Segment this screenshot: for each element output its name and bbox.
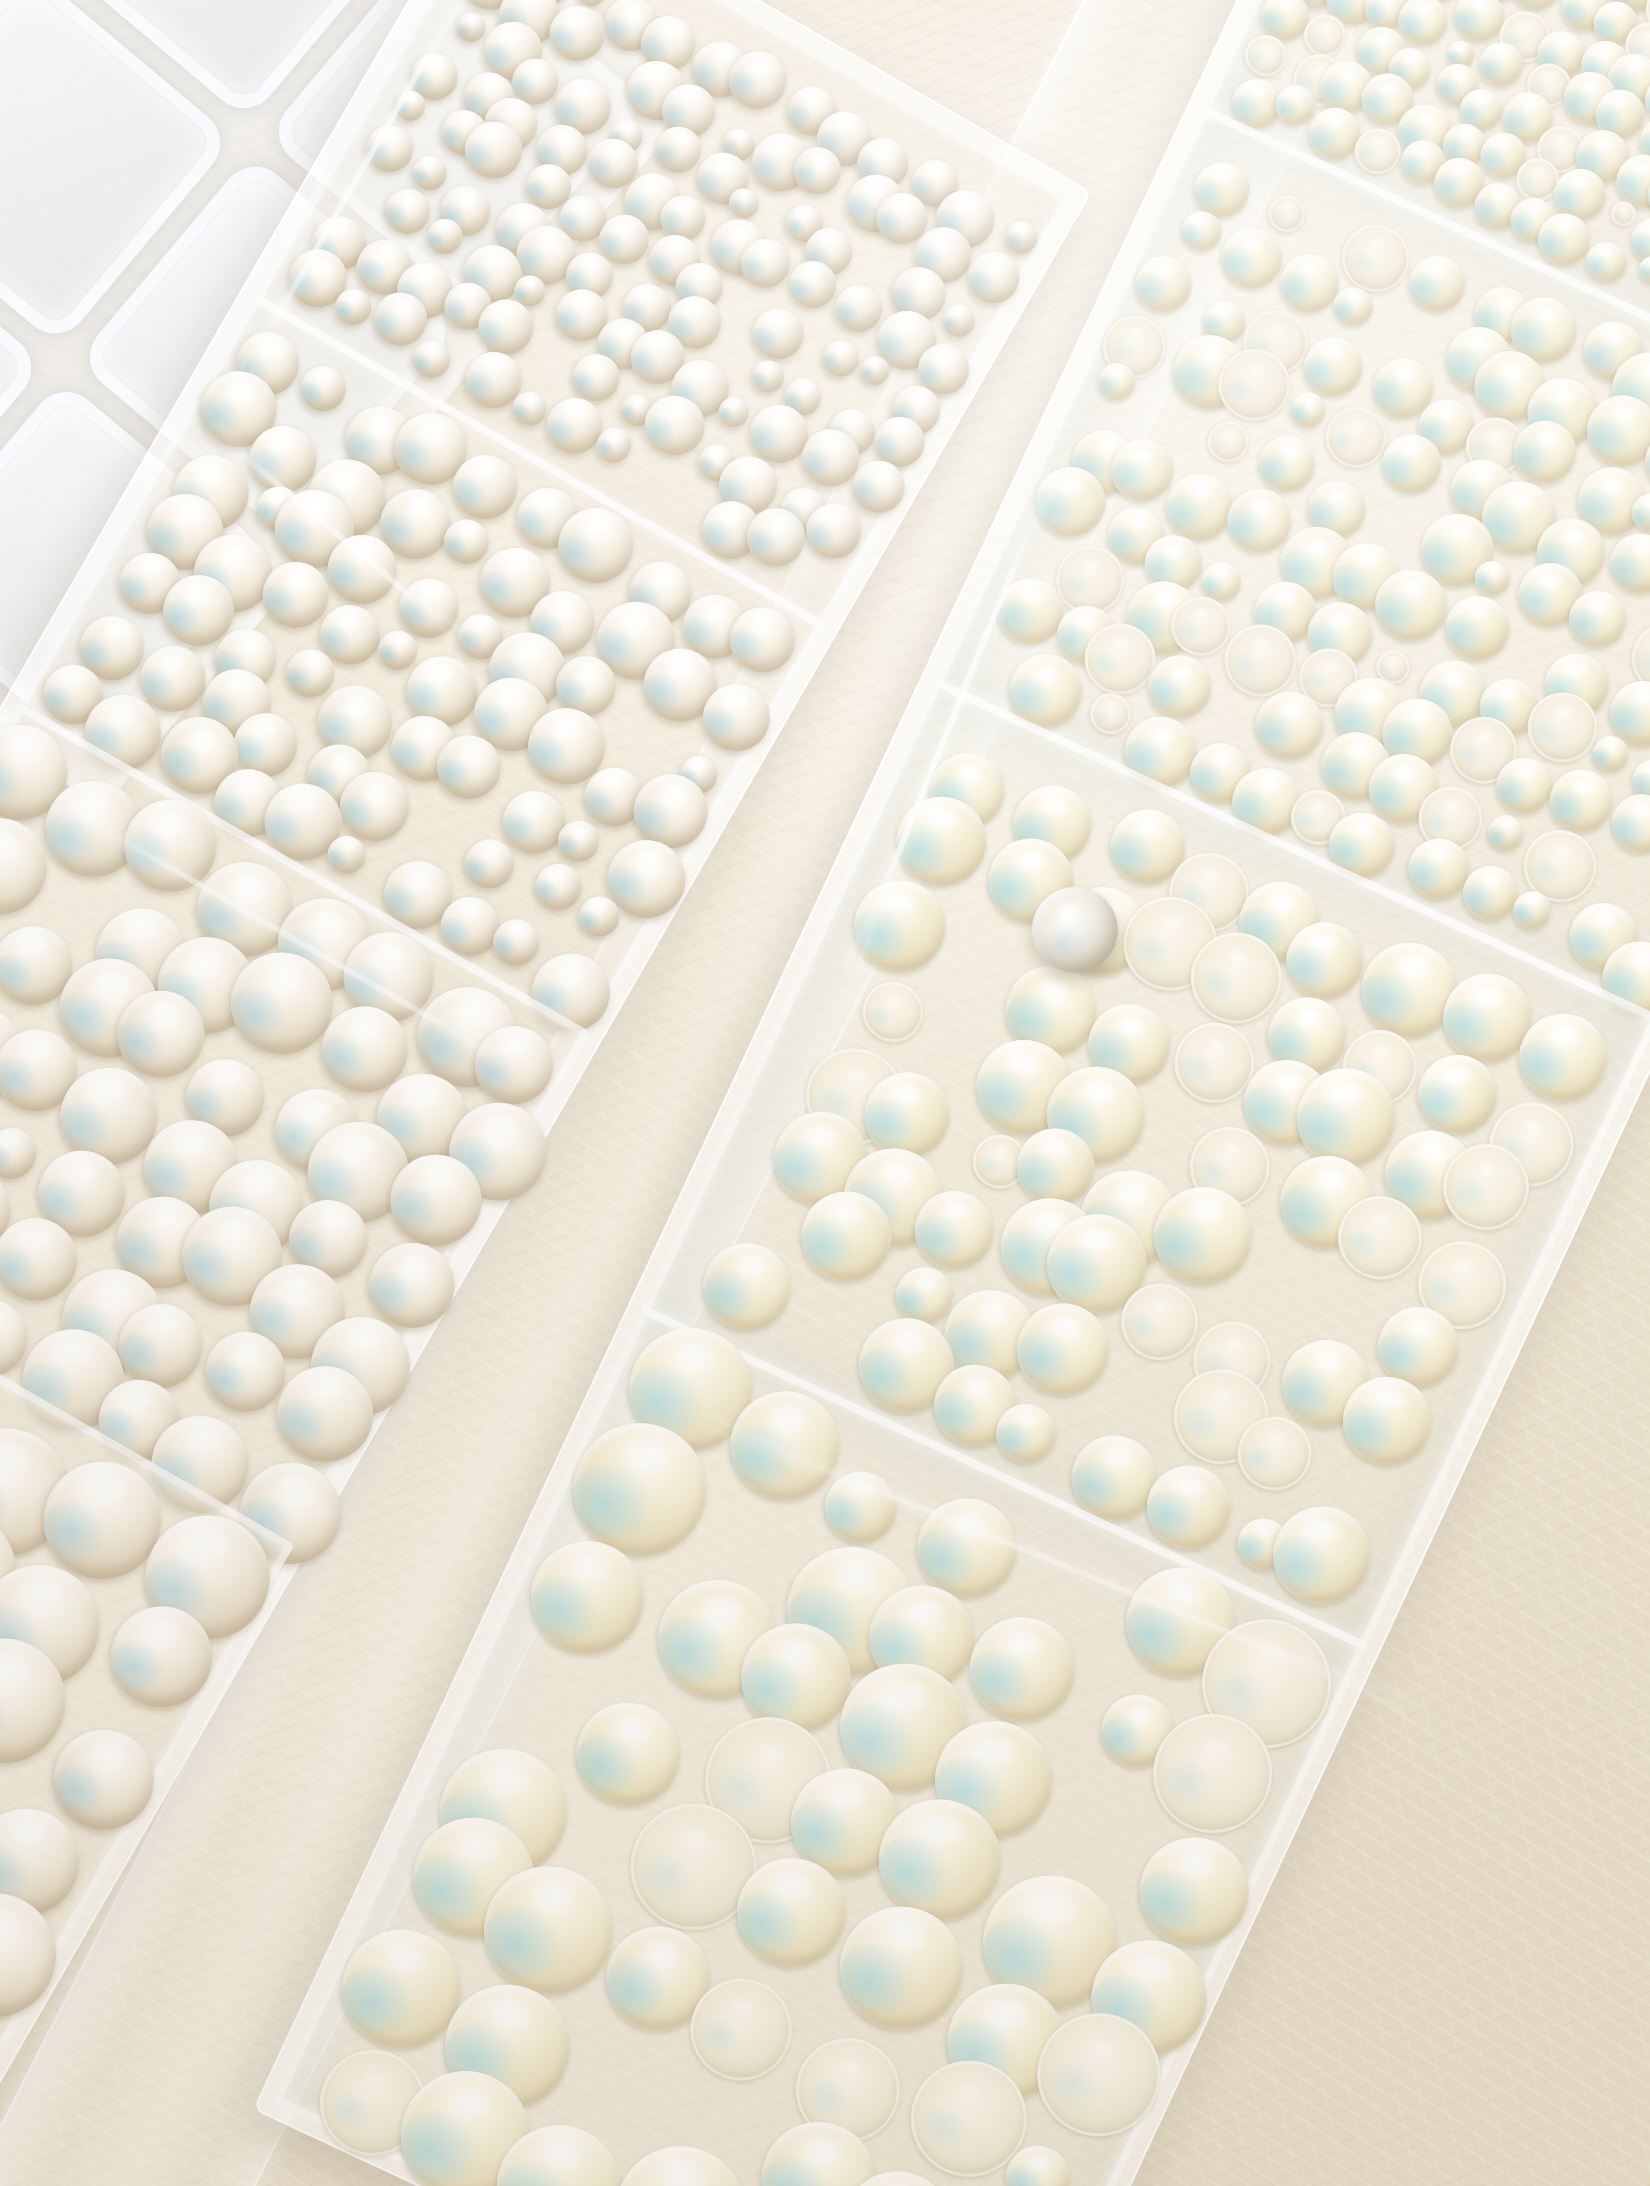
round-pearl [744,299,813,368]
round-pearl [292,358,354,420]
flatback-pearl [689,1229,805,1345]
round-pearl [937,299,980,342]
flipped-flatback-pearl [853,972,933,1052]
flatback-pearl [953,1600,1091,1738]
round-pearl [816,334,866,384]
flatback-pearl [559,1686,697,1824]
loose-pearl [1032,887,1118,973]
flatback-pearl [1126,246,1201,321]
flatback-pearl [1435,585,1520,670]
round-pearl [999,215,1044,260]
flipped-flatback-pearl [1201,415,1255,469]
round-pearl [746,354,790,398]
round-pearl [0,1119,46,1188]
photo-scene [0,0,1650,2186]
flatback-pearl [1400,246,1474,320]
flatback-pearl [1481,809,1529,857]
flipped-flatback-pearl [1262,188,1312,238]
